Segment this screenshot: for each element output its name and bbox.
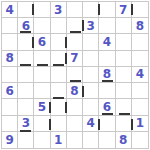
cell-r1c5[interactable] — [67, 2, 83, 18]
cell-r2c9: 8 — [132, 18, 148, 34]
cell-r3c2[interactable] — [18, 34, 34, 50]
cell-r7c1[interactable] — [2, 99, 18, 115]
cell-r9c7[interactable] — [99, 132, 115, 148]
cell-r4c5: 7 — [67, 51, 83, 67]
cell-r5c6[interactable] — [83, 67, 99, 83]
cell-r3c3: 6 — [34, 34, 50, 50]
cell-r5c4[interactable] — [51, 67, 67, 83]
cell-r4c7[interactable] — [99, 51, 115, 67]
cell-r2c3[interactable] — [34, 18, 50, 34]
cell-r2c2: 6 — [18, 18, 34, 34]
cell-r5c5[interactable] — [67, 67, 83, 83]
cell-r6c3[interactable] — [34, 83, 50, 99]
cell-r8c3[interactable] — [34, 116, 50, 132]
cell-r1c3[interactable] — [34, 2, 50, 18]
cell-r9c3[interactable] — [34, 132, 50, 148]
cell-r6c1: 6 — [2, 83, 18, 99]
cell-r5c2[interactable] — [18, 67, 34, 83]
cell-r8c7[interactable] — [99, 116, 115, 132]
cell-r9c8: 8 — [116, 132, 132, 148]
cell-r7c7: 6 — [99, 99, 115, 115]
cell-r1c8: 7 — [116, 2, 132, 18]
cell-r1c4: 3 — [51, 2, 67, 18]
cell-r3c9[interactable] — [132, 34, 148, 50]
cell-r3c7: 4 — [99, 34, 115, 50]
cell-r2c1[interactable] — [2, 18, 18, 34]
cell-r4c3[interactable] — [34, 51, 50, 67]
cell-r3c5[interactable] — [67, 34, 83, 50]
cell-r9c1: 9 — [2, 132, 18, 148]
cell-r8c9: 1 — [132, 116, 148, 132]
cell-r4c4[interactable] — [51, 51, 67, 67]
cell-r9c4: 1 — [51, 132, 67, 148]
cell-r1c1: 4 — [2, 2, 18, 18]
cell-r7c3: 5 — [34, 99, 50, 115]
cell-r9c2[interactable] — [18, 132, 34, 148]
cell-r4c6[interactable] — [83, 51, 99, 67]
cell-r9c9[interactable] — [132, 132, 148, 148]
sudoku-grid: 4376386487846856341918 — [1, 1, 149, 149]
cell-r7c5[interactable] — [67, 99, 83, 115]
cell-r4c1: 8 — [2, 51, 18, 67]
cell-r3c4[interactable] — [51, 34, 67, 50]
cell-r1c2[interactable] — [18, 2, 34, 18]
cell-r8c8[interactable] — [116, 116, 132, 132]
cell-r7c9[interactable] — [132, 99, 148, 115]
cell-r7c6[interactable] — [83, 99, 99, 115]
cell-r2c6: 3 — [83, 18, 99, 34]
cell-r3c1[interactable] — [2, 34, 18, 50]
cell-r3c6[interactable] — [83, 34, 99, 50]
cell-r8c4[interactable] — [51, 116, 67, 132]
cell-r2c5[interactable] — [67, 18, 83, 34]
cell-r5c3[interactable] — [34, 67, 50, 83]
cell-r6c8[interactable] — [116, 83, 132, 99]
cell-r9c5[interactable] — [67, 132, 83, 148]
cell-r5c1[interactable] — [2, 67, 18, 83]
cell-r2c8[interactable] — [116, 18, 132, 34]
cell-r6c4[interactable] — [51, 83, 67, 99]
cell-r8c1[interactable] — [2, 116, 18, 132]
cell-r6c7[interactable] — [99, 83, 115, 99]
cell-r8c6: 4 — [83, 116, 99, 132]
cell-r4c8[interactable] — [116, 51, 132, 67]
cell-r2c7[interactable] — [99, 18, 115, 34]
cell-r4c2[interactable] — [18, 51, 34, 67]
cell-r6c6[interactable] — [83, 83, 99, 99]
cell-r7c2[interactable] — [18, 99, 34, 115]
consecutive-sudoku-board: 4376386487846856341918 — [1, 1, 149, 149]
cell-r8c5[interactable] — [67, 116, 83, 132]
cell-r5c9: 4 — [132, 67, 148, 83]
cell-r1c9[interactable] — [132, 2, 148, 18]
cell-r2c4[interactable] — [51, 18, 67, 34]
cell-r9c6[interactable] — [83, 132, 99, 148]
cell-r4c9[interactable] — [132, 51, 148, 67]
cell-r6c9[interactable] — [132, 83, 148, 99]
cell-r8c2: 3 — [18, 116, 34, 132]
cell-r3c8[interactable] — [116, 34, 132, 50]
cell-r6c2[interactable] — [18, 83, 34, 99]
cell-r7c8[interactable] — [116, 99, 132, 115]
cell-r1c6[interactable] — [83, 2, 99, 18]
cell-r6c5: 8 — [67, 83, 83, 99]
cell-r1c7[interactable] — [99, 2, 115, 18]
cell-r7c4[interactable] — [51, 99, 67, 115]
cell-r5c8[interactable] — [116, 67, 132, 83]
cell-r5c7: 8 — [99, 67, 115, 83]
